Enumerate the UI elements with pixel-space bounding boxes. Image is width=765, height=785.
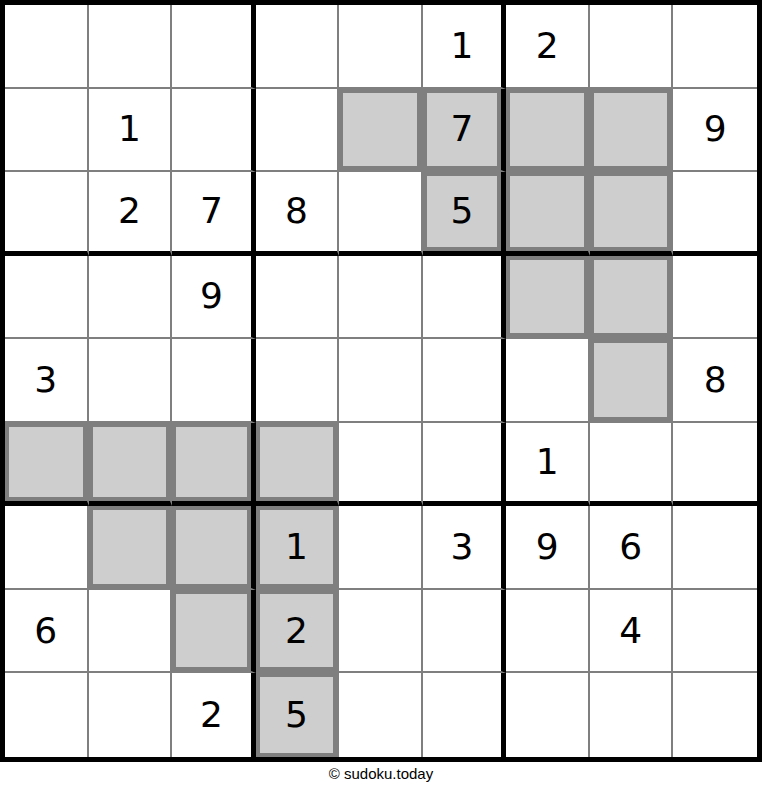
cell-r6c6[interactable] xyxy=(423,423,507,507)
cell-r7c4[interactable]: 1 xyxy=(256,506,340,590)
cell-r8c6[interactable] xyxy=(423,590,507,674)
cell-r2c5[interactable] xyxy=(339,89,423,173)
cell-r1c8[interactable] xyxy=(590,5,674,89)
cell-r7c1[interactable] xyxy=(5,506,89,590)
cell-r1c7[interactable]: 2 xyxy=(506,5,590,89)
cell-r2c1[interactable] xyxy=(5,89,89,173)
cell-r4c8[interactable] xyxy=(590,256,674,340)
cell-r9c1[interactable] xyxy=(5,673,89,757)
cell-r1c1[interactable] xyxy=(5,5,89,89)
cell-r2c2[interactable]: 1 xyxy=(89,89,173,173)
cell-r3c6[interactable]: 5 xyxy=(423,172,507,256)
cell-r1c2[interactable] xyxy=(89,5,173,89)
cell-r5c1[interactable]: 3 xyxy=(5,339,89,423)
cell-r7c6[interactable]: 3 xyxy=(423,506,507,590)
cell-r8c8[interactable]: 4 xyxy=(590,590,674,674)
cell-r4c9[interactable] xyxy=(673,256,757,340)
cell-r2c8[interactable] xyxy=(590,89,674,173)
cell-r2c3[interactable] xyxy=(172,89,256,173)
cell-r9c4[interactable]: 5 xyxy=(256,673,340,757)
cell-r2c9[interactable]: 9 xyxy=(673,89,757,173)
sudoku-grid: 1217927859381139662425 xyxy=(5,5,757,757)
cell-r4c6[interactable] xyxy=(423,256,507,340)
cell-r6c1[interactable] xyxy=(5,423,89,507)
cell-r6c3[interactable] xyxy=(172,423,256,507)
cell-r9c2[interactable] xyxy=(89,673,173,757)
cell-r5c7[interactable] xyxy=(506,339,590,423)
cell-r4c7[interactable] xyxy=(506,256,590,340)
cell-r1c3[interactable] xyxy=(172,5,256,89)
cell-r3c5[interactable] xyxy=(339,172,423,256)
cell-r2c7[interactable] xyxy=(506,89,590,173)
cell-r3c4[interactable]: 8 xyxy=(256,172,340,256)
cell-r3c2[interactable]: 2 xyxy=(89,172,173,256)
cell-r8c1[interactable]: 6 xyxy=(5,590,89,674)
cell-r8c4[interactable]: 2 xyxy=(256,590,340,674)
cell-r2c4[interactable] xyxy=(256,89,340,173)
copyright-text: © sudoku.today xyxy=(329,765,433,782)
cell-r4c5[interactable] xyxy=(339,256,423,340)
cell-r8c5[interactable] xyxy=(339,590,423,674)
cell-r9c5[interactable] xyxy=(339,673,423,757)
cell-r9c8[interactable] xyxy=(590,673,674,757)
cell-r9c3[interactable]: 2 xyxy=(172,673,256,757)
cell-r4c2[interactable] xyxy=(89,256,173,340)
cell-r1c9[interactable] xyxy=(673,5,757,89)
cell-r4c1[interactable] xyxy=(5,256,89,340)
cell-r6c5[interactable] xyxy=(339,423,423,507)
cell-r3c3[interactable]: 7 xyxy=(172,172,256,256)
cell-r5c6[interactable] xyxy=(423,339,507,423)
cell-r4c4[interactable] xyxy=(256,256,340,340)
cell-r7c8[interactable]: 6 xyxy=(590,506,674,590)
cell-r3c8[interactable] xyxy=(590,172,674,256)
cell-r1c4[interactable] xyxy=(256,5,340,89)
cell-r9c7[interactable] xyxy=(506,673,590,757)
cell-r6c2[interactable] xyxy=(89,423,173,507)
cell-r8c7[interactable] xyxy=(506,590,590,674)
cell-r7c5[interactable] xyxy=(339,506,423,590)
sudoku-board: 1217927859381139662425 xyxy=(0,0,762,762)
cell-r5c3[interactable] xyxy=(172,339,256,423)
cell-r1c5[interactable] xyxy=(339,5,423,89)
cell-r3c9[interactable] xyxy=(673,172,757,256)
cell-r9c6[interactable] xyxy=(423,673,507,757)
cell-r9c9[interactable] xyxy=(673,673,757,757)
cell-r6c8[interactable] xyxy=(590,423,674,507)
cell-r7c2[interactable] xyxy=(89,506,173,590)
cell-r5c4[interactable] xyxy=(256,339,340,423)
cell-r8c3[interactable] xyxy=(172,590,256,674)
cell-r6c9[interactable] xyxy=(673,423,757,507)
cell-r5c2[interactable] xyxy=(89,339,173,423)
cell-r6c4[interactable] xyxy=(256,423,340,507)
cell-r5c5[interactable] xyxy=(339,339,423,423)
cell-r7c9[interactable] xyxy=(673,506,757,590)
cell-r8c9[interactable] xyxy=(673,590,757,674)
cell-r2c6[interactable]: 7 xyxy=(423,89,507,173)
cell-r5c8[interactable] xyxy=(590,339,674,423)
cell-r4c3[interactable]: 9 xyxy=(172,256,256,340)
sudoku-page: 1217927859381139662425 © sudoku.today xyxy=(0,0,765,785)
cell-r3c7[interactable] xyxy=(506,172,590,256)
cell-r5c9[interactable]: 8 xyxy=(673,339,757,423)
cell-r8c2[interactable] xyxy=(89,590,173,674)
cell-r1c6[interactable]: 1 xyxy=(423,5,507,89)
cell-r3c1[interactable] xyxy=(5,172,89,256)
board-footer: © sudoku.today xyxy=(0,762,762,785)
cell-r7c7[interactable]: 9 xyxy=(506,506,590,590)
cell-r6c7[interactable]: 1 xyxy=(506,423,590,507)
cell-r7c3[interactable] xyxy=(172,506,256,590)
